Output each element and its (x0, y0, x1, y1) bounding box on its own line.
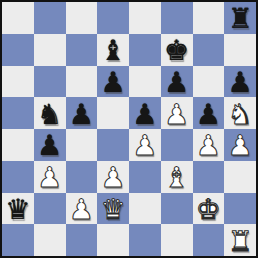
square-b2[interactable] (34, 193, 66, 225)
square-b3[interactable]: ♟ (34, 161, 66, 193)
square-c1[interactable] (66, 224, 98, 256)
square-a1[interactable] (2, 224, 34, 256)
black-bishop-d7[interactable]: ♝ (101, 35, 126, 66)
square-e2[interactable] (129, 193, 161, 225)
square-g7[interactable] (193, 34, 225, 66)
square-f3[interactable]: ♝ (161, 161, 193, 193)
black-king-f7[interactable]: ♚ (164, 35, 189, 66)
square-c7[interactable] (66, 34, 98, 66)
square-h6[interactable]: ♟ (224, 66, 256, 98)
square-a6[interactable] (2, 66, 34, 98)
white-pawn-b3[interactable]: ♟ (37, 162, 62, 193)
white-rook-h1[interactable]: ♜ (228, 226, 253, 257)
square-g2[interactable]: ♚ (193, 193, 225, 225)
square-c4[interactable] (66, 129, 98, 161)
square-c3[interactable] (66, 161, 98, 193)
square-c5[interactable]: ♟ (66, 97, 98, 129)
white-pawn-f5[interactable]: ♟ (164, 99, 189, 130)
square-b6[interactable] (34, 66, 66, 98)
black-queen-a2[interactable]: ♛ (5, 194, 30, 225)
square-f5[interactable]: ♟ (161, 97, 193, 129)
square-h7[interactable] (224, 34, 256, 66)
white-knight-h5[interactable]: ♞ (228, 99, 253, 130)
square-c8[interactable] (66, 2, 98, 34)
square-d1[interactable] (97, 224, 129, 256)
square-f7[interactable]: ♚ (161, 34, 193, 66)
square-b1[interactable] (34, 224, 66, 256)
square-e5[interactable]: ♟ (129, 97, 161, 129)
white-pawn-h4[interactable]: ♟ (228, 130, 253, 161)
white-queen-d2[interactable]: ♛ (101, 194, 126, 225)
black-pawn-c5[interactable]: ♟ (69, 99, 94, 130)
square-a8[interactable] (2, 2, 34, 34)
square-d2[interactable]: ♛ (97, 193, 129, 225)
square-f8[interactable] (161, 2, 193, 34)
square-f1[interactable] (161, 224, 193, 256)
square-a5[interactable] (2, 97, 34, 129)
square-a3[interactable] (2, 161, 34, 193)
square-g1[interactable] (193, 224, 225, 256)
black-pawn-f6[interactable]: ♟ (164, 67, 189, 98)
square-a4[interactable] (2, 129, 34, 161)
square-d3[interactable]: ♟ (97, 161, 129, 193)
square-c2[interactable]: ♟ (66, 193, 98, 225)
square-b4[interactable]: ♟ (34, 129, 66, 161)
black-pawn-h6[interactable]: ♟ (228, 67, 253, 98)
square-e3[interactable] (129, 161, 161, 193)
square-d8[interactable] (97, 2, 129, 34)
square-d4[interactable] (97, 129, 129, 161)
square-f6[interactable]: ♟ (161, 66, 193, 98)
square-g8[interactable] (193, 2, 225, 34)
square-d6[interactable]: ♟ (97, 66, 129, 98)
chess-board: ♜♝♚♟♟♟♞♟♟♟♟♞♟♟♟♟♟♟♝♛♟♛♚♜ (2, 2, 256, 256)
square-h8[interactable]: ♜ (224, 2, 256, 34)
square-g5[interactable]: ♟ (193, 97, 225, 129)
black-pawn-e5[interactable]: ♟ (132, 99, 157, 130)
square-d5[interactable] (97, 97, 129, 129)
white-pawn-g4[interactable]: ♟ (196, 130, 221, 161)
black-pawn-d6[interactable]: ♟ (101, 67, 126, 98)
square-d7[interactable]: ♝ (97, 34, 129, 66)
square-b7[interactable] (34, 34, 66, 66)
square-h2[interactable] (224, 193, 256, 225)
white-pawn-e4[interactable]: ♟ (132, 130, 157, 161)
square-a7[interactable] (2, 34, 34, 66)
square-e8[interactable] (129, 2, 161, 34)
square-c6[interactable] (66, 66, 98, 98)
black-rook-h8[interactable]: ♜ (228, 3, 253, 34)
square-h3[interactable] (224, 161, 256, 193)
square-g4[interactable]: ♟ (193, 129, 225, 161)
square-b5[interactable]: ♞ (34, 97, 66, 129)
square-a2[interactable]: ♛ (2, 193, 34, 225)
square-f4[interactable] (161, 129, 193, 161)
square-h5[interactable]: ♞ (224, 97, 256, 129)
white-bishop-f3[interactable]: ♝ (164, 162, 189, 193)
black-pawn-b4[interactable]: ♟ (37, 130, 62, 161)
white-pawn-c2[interactable]: ♟ (69, 194, 94, 225)
black-knight-b5[interactable]: ♞ (37, 99, 62, 130)
white-king-g2[interactable]: ♚ (196, 194, 221, 225)
square-f2[interactable] (161, 193, 193, 225)
square-e7[interactable] (129, 34, 161, 66)
square-e6[interactable] (129, 66, 161, 98)
square-b8[interactable] (34, 2, 66, 34)
white-pawn-d3[interactable]: ♟ (101, 162, 126, 193)
square-g6[interactable] (193, 66, 225, 98)
square-h1[interactable]: ♜ (224, 224, 256, 256)
chess-board-frame: ♜♝♚♟♟♟♞♟♟♟♟♞♟♟♟♟♟♟♝♛♟♛♚♜ (0, 0, 258, 258)
black-pawn-g5[interactable]: ♟ (196, 99, 221, 130)
square-g3[interactable] (193, 161, 225, 193)
square-e1[interactable] (129, 224, 161, 256)
square-h4[interactable]: ♟ (224, 129, 256, 161)
square-e4[interactable]: ♟ (129, 129, 161, 161)
